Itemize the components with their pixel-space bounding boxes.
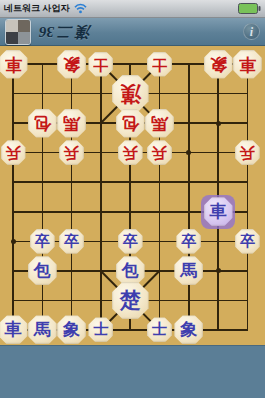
piece-han-horse[interactable]: 馬 — [145, 109, 174, 138]
piece-cho-elephant[interactable]: 象 — [57, 315, 86, 344]
piece-cho-soldier[interactable]: 卒 — [59, 229, 84, 254]
piece-cho-elephant[interactable]: 象 — [174, 315, 203, 344]
grid-line — [42, 63, 44, 330]
soldier-glyph: 兵 — [123, 145, 138, 160]
piece-han-general[interactable]: 漢 — [112, 75, 149, 112]
piece-han-elephant[interactable]: 象 — [204, 50, 233, 79]
carrier-label: 네트워크 사업자 — [4, 2, 70, 15]
soldier-glyph: 卒 — [64, 234, 79, 249]
piece-cho-cannon[interactable]: 包 — [28, 256, 57, 285]
star-point — [216, 121, 221, 126]
piece-cho-soldier[interactable]: 卒 — [30, 229, 55, 254]
grid-line — [100, 63, 102, 330]
app-thumbnail-icon[interactable] — [5, 19, 31, 45]
piece-han-horse[interactable]: 馬 — [57, 109, 86, 138]
grid-line — [159, 63, 161, 330]
piece-cho-guard[interactable]: 士 — [88, 317, 113, 342]
guard-glyph: 士 — [152, 322, 167, 337]
chariot-glyph: 車 — [5, 56, 22, 73]
janggi-board[interactable]: 車象士士象車漢包馬包馬兵兵兵兵兵車卒卒卒卒卒包包馬楚車馬象士士象 — [0, 46, 265, 345]
elephant-glyph: 象 — [63, 56, 80, 73]
piece-cho-soldier[interactable]: 卒 — [176, 229, 201, 254]
star-point — [216, 268, 221, 273]
star-point — [11, 239, 16, 244]
piece-han-soldier[interactable]: 兵 — [235, 140, 260, 165]
soldier-glyph: 兵 — [240, 145, 255, 160]
piece-cho-chariot[interactable]: 車 — [0, 315, 28, 344]
elephant-glyph: 象 — [180, 321, 197, 338]
grid-line — [12, 181, 248, 183]
chariot-glyph: 車 — [239, 56, 256, 73]
piece-han-cannon[interactable]: 包 — [28, 109, 57, 138]
chariot-glyph: 車 — [5, 321, 22, 338]
piece-cho-general[interactable]: 楚 — [112, 282, 149, 319]
piece-cho-chariot[interactable]: 車 — [204, 197, 233, 226]
app-screen: 네트워크 사업자 漢 二 36 i 車象士士象車漢包馬包馬兵兵兵兵兵車卒卒卒卒卒… — [0, 0, 265, 398]
star-point — [186, 150, 191, 155]
horse-glyph: 馬 — [63, 115, 80, 132]
piece-han-chariot[interactable]: 車 — [233, 50, 262, 79]
soldier-glyph: 卒 — [181, 234, 196, 249]
chariot-glyph: 車 — [210, 203, 227, 220]
horse-glyph: 馬 — [180, 262, 197, 279]
piece-cho-horse[interactable]: 馬 — [174, 256, 203, 285]
grid-line — [247, 63, 249, 330]
general-glyph: 楚 — [120, 290, 141, 311]
grid-line — [71, 63, 73, 330]
piece-han-soldier[interactable]: 兵 — [1, 140, 26, 165]
horse-glyph: 馬 — [151, 115, 168, 132]
cannon-glyph: 包 — [122, 262, 139, 279]
guard-glyph: 士 — [93, 57, 108, 72]
elephant-glyph: 象 — [63, 321, 80, 338]
soldier-glyph: 兵 — [6, 145, 21, 160]
guard-glyph: 士 — [93, 322, 108, 337]
cannon-glyph: 包 — [34, 115, 51, 132]
page-title: 漢 二 36 — [39, 22, 92, 41]
soldier-glyph: 兵 — [64, 145, 79, 160]
battery-icon — [238, 3, 261, 14]
piece-han-guard[interactable]: 士 — [88, 52, 113, 77]
piece-cho-soldier[interactable]: 卒 — [118, 229, 143, 254]
piece-han-guard[interactable]: 士 — [147, 52, 172, 77]
footer-bar — [0, 345, 265, 398]
navigation-bar: 漢 二 36 i — [0, 18, 265, 46]
soldier-glyph: 卒 — [240, 234, 255, 249]
info-button[interactable]: i — [243, 23, 260, 40]
elephant-glyph: 象 — [210, 56, 227, 73]
piece-han-chariot[interactable]: 車 — [0, 50, 28, 79]
horse-glyph: 馬 — [34, 321, 51, 338]
soldier-glyph: 卒 — [35, 234, 50, 249]
piece-cho-horse[interactable]: 馬 — [28, 315, 57, 344]
soldier-glyph: 卒 — [123, 234, 138, 249]
general-glyph: 漢 — [120, 83, 141, 104]
piece-cho-cannon[interactable]: 包 — [116, 256, 145, 285]
grid-line — [188, 63, 190, 330]
grid-line — [12, 63, 14, 330]
piece-cho-soldier[interactable]: 卒 — [235, 229, 260, 254]
piece-han-cannon[interactable]: 包 — [116, 109, 145, 138]
wifi-icon — [74, 3, 87, 14]
soldier-glyph: 兵 — [152, 145, 167, 160]
piece-han-soldier[interactable]: 兵 — [118, 140, 143, 165]
cannon-glyph: 包 — [34, 262, 51, 279]
piece-han-elephant[interactable]: 象 — [57, 50, 86, 79]
piece-cho-guard[interactable]: 士 — [147, 317, 172, 342]
piece-han-soldier[interactable]: 兵 — [59, 140, 84, 165]
cannon-glyph: 包 — [122, 115, 139, 132]
status-bar: 네트워크 사업자 — [0, 0, 265, 18]
guard-glyph: 士 — [152, 57, 167, 72]
piece-han-soldier[interactable]: 兵 — [147, 140, 172, 165]
